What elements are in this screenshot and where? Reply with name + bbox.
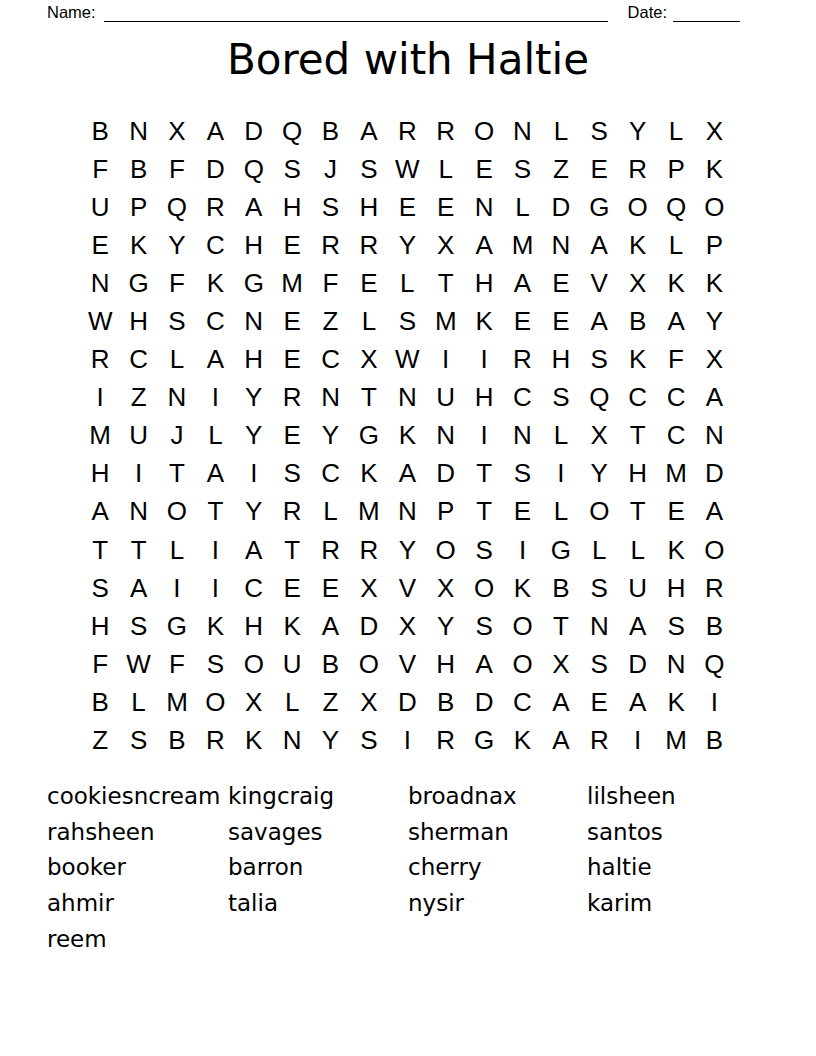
word-item-haltie: haltie (587, 850, 676, 886)
word-item-nysir: nysir (408, 886, 517, 922)
grid-cell-r15c11[interactable]: A (465, 645, 503, 683)
grid-cell-r14c3[interactable]: G (158, 607, 196, 645)
grid-cell-r7c16[interactable]: F (657, 341, 695, 379)
word-item-booker: booker (47, 850, 220, 886)
grid-cell-r16c9[interactable]: D (388, 683, 426, 721)
grid-cell-r7c7[interactable]: C (311, 341, 349, 379)
grid-cell-r2c2[interactable]: B (119, 150, 157, 188)
grid-cell-r4c7[interactable]: R (311, 226, 349, 264)
grid-cell-r13c4[interactable]: I (196, 569, 234, 607)
grid-cell-r13c10[interactable]: X (427, 569, 465, 607)
grid-cell-r16c3[interactable]: M (158, 683, 196, 721)
grid-cell-r17c12[interactable]: K (503, 722, 541, 760)
grid-cell-r15c12[interactable]: O (503, 645, 541, 683)
grid-cell-r14c14[interactable]: N (580, 607, 618, 645)
grid-cell-r5c15[interactable]: X (618, 264, 656, 302)
grid-cell-r11c11[interactable]: T (465, 493, 503, 531)
grid-cell-r3c8[interactable]: H (350, 188, 388, 226)
grid-cell-r2c3[interactable]: F (158, 150, 196, 188)
grid-cell-r2c7[interactable]: J (311, 150, 349, 188)
grid-cell-r10c3[interactable]: T (158, 455, 196, 493)
grid-cell-r1c9[interactable]: R (388, 112, 426, 150)
grid-cell-r7c13[interactable]: H (542, 341, 580, 379)
grid-cell-r17c1[interactable]: Z (81, 722, 119, 760)
grid-cell-r1c15[interactable]: Y (618, 112, 656, 150)
grid-cell-r7c1[interactable]: R (81, 341, 119, 379)
grid-cell-r10c15[interactable]: H (618, 455, 656, 493)
grid-cell-r8c2[interactable]: Z (119, 379, 157, 417)
grid-cell-r6c7[interactable]: Z (311, 302, 349, 340)
grid-cell-r5c6[interactable]: M (273, 264, 311, 302)
grid-cell-r16c1[interactable]: B (81, 683, 119, 721)
grid-cell-r14c8[interactable]: D (350, 607, 388, 645)
word-list-column-1: cookiesncreamrahsheenbookerahmirreem (47, 779, 220, 958)
grid-cell-r5c3[interactable]: F (158, 264, 196, 302)
grid-cell-r11c14[interactable]: O (580, 493, 618, 531)
grid-cell-r10c16[interactable]: M (657, 455, 695, 493)
grid-cell-r11c17[interactable]: A (695, 493, 733, 531)
grid-cell-r14c9[interactable]: X (388, 607, 426, 645)
grid-cell-r15c14[interactable]: S (580, 645, 618, 683)
grid-cell-r5c2[interactable]: G (119, 264, 157, 302)
grid-cell-r13c13[interactable]: B (542, 569, 580, 607)
grid-cell-r10c14[interactable]: Y (580, 455, 618, 493)
grid-cell-r6c4[interactable]: C (196, 302, 234, 340)
grid-cell-r5c10[interactable]: T (427, 264, 465, 302)
grid-cell-r9c8[interactable]: G (350, 417, 388, 455)
grid-cell-r13c16[interactable]: H (657, 569, 695, 607)
grid-cell-r13c17[interactable]: R (695, 569, 733, 607)
name-field-line[interactable] (104, 3, 608, 22)
grid-cell-r9c2[interactable]: U (119, 417, 157, 455)
grid-cell-r3c1[interactable]: U (81, 188, 119, 226)
grid-cell-r6c15[interactable]: B (618, 302, 656, 340)
grid-cell-r17c9[interactable]: I (388, 722, 426, 760)
grid-cell-r8c7[interactable]: N (311, 379, 349, 417)
grid-cell-r5c8[interactable]: E (350, 264, 388, 302)
grid-cell-r15c16[interactable]: N (657, 645, 695, 683)
grid-cell-r5c12[interactable]: A (503, 264, 541, 302)
grid-cell-r11c5[interactable]: Y (235, 493, 273, 531)
grid-cell-r8c9[interactable]: N (388, 379, 426, 417)
grid-cell-r2c9[interactable]: W (388, 150, 426, 188)
grid-cell-r2c11[interactable]: E (465, 150, 503, 188)
grid-cell-r13c8[interactable]: X (350, 569, 388, 607)
grid-cell-r14c13[interactable]: T (542, 607, 580, 645)
grid-cell-r8c14[interactable]: Q (580, 379, 618, 417)
grid-cell-r7c2[interactable]: C (119, 341, 157, 379)
grid-cell-r14c2[interactable]: S (119, 607, 157, 645)
date-field-line[interactable] (673, 3, 740, 22)
grid-cell-r13c7[interactable]: E (311, 569, 349, 607)
grid-cell-r8c13[interactable]: S (542, 379, 580, 417)
grid-cell-r9c6[interactable]: E (273, 417, 311, 455)
grid-cell-r11c9[interactable]: N (388, 493, 426, 531)
grid-cell-r4c1[interactable]: E (81, 226, 119, 264)
grid-cell-r9c10[interactable]: N (427, 417, 465, 455)
grid-cell-r3c7[interactable]: S (311, 188, 349, 226)
grid-cell-r12c10[interactable]: O (427, 531, 465, 569)
grid-cell-r7c8[interactable]: X (350, 341, 388, 379)
grid-cell-r14c10[interactable]: Y (427, 607, 465, 645)
grid-cell-r7c5[interactable]: H (235, 341, 273, 379)
grid-cell-r3c4[interactable]: R (196, 188, 234, 226)
grid-cell-r16c14[interactable]: E (580, 683, 618, 721)
grid-cell-r6c5[interactable]: N (235, 302, 273, 340)
grid-cell-r13c5[interactable]: C (235, 569, 273, 607)
grid-cell-r10c9[interactable]: A (388, 455, 426, 493)
grid-cell-r5c5[interactable]: G (235, 264, 273, 302)
grid-cell-r16c8[interactable]: X (350, 683, 388, 721)
grid-cell-r9c5[interactable]: Y (235, 417, 273, 455)
grid-cell-r6c13[interactable]: E (542, 302, 580, 340)
grid-cell-r11c6[interactable]: R (273, 493, 311, 531)
grid-cell-r8c1[interactable]: I (81, 379, 119, 417)
grid-cell-r15c3[interactable]: F (158, 645, 196, 683)
grid-cell-r10c17[interactable]: D (695, 455, 733, 493)
grid-cell-r4c3[interactable]: Y (158, 226, 196, 264)
grid-cell-r1c12[interactable]: N (503, 112, 541, 150)
grid-cell-r15c2[interactable]: W (119, 645, 157, 683)
grid-cell-r6c12[interactable]: E (503, 302, 541, 340)
grid-cell-r3c13[interactable]: D (542, 188, 580, 226)
grid-cell-r4c5[interactable]: H (235, 226, 273, 264)
grid-cell-r5c13[interactable]: E (542, 264, 580, 302)
grid-cell-r14c4[interactable]: K (196, 607, 234, 645)
grid-cell-r16c17[interactable]: I (695, 683, 733, 721)
grid-cell-r17c17[interactable]: B (695, 722, 733, 760)
grid-cell-r17c13[interactable]: A (542, 722, 580, 760)
grid-cell-r15c7[interactable]: B (311, 645, 349, 683)
grid-cell-r6c8[interactable]: L (350, 302, 388, 340)
grid-cell-r16c16[interactable]: K (657, 683, 695, 721)
grid-cell-r17c6[interactable]: N (273, 722, 311, 760)
grid-cell-r4c2[interactable]: K (119, 226, 157, 264)
grid-cell-r6c2[interactable]: H (119, 302, 157, 340)
grid-cell-r2c4[interactable]: D (196, 150, 234, 188)
grid-cell-r10c13[interactable]: I (542, 455, 580, 493)
grid-cell-r12c4[interactable]: I (196, 531, 234, 569)
grid-cell-r17c2[interactable]: S (119, 722, 157, 760)
grid-cell-r7c15[interactable]: K (618, 341, 656, 379)
grid-cell-r10c10[interactable]: D (427, 455, 465, 493)
grid-cell-r8c8[interactable]: T (350, 379, 388, 417)
grid-cell-r1c4[interactable]: A (196, 112, 234, 150)
grid-cell-r10c12[interactable]: S (503, 455, 541, 493)
grid-cell-r4c17[interactable]: P (695, 226, 733, 264)
grid-cell-r2c10[interactable]: L (427, 150, 465, 188)
grid-cell-r16c12[interactable]: C (503, 683, 541, 721)
grid-cell-r17c16[interactable]: M (657, 722, 695, 760)
grid-cell-r12c2[interactable]: T (119, 531, 157, 569)
grid-cell-r11c15[interactable]: T (618, 493, 656, 531)
grid-cell-r17c15[interactable]: I (618, 722, 656, 760)
grid-cell-r3c10[interactable]: E (427, 188, 465, 226)
grid-cell-r1c5[interactable]: D (235, 112, 273, 150)
grid-cell-r2c12[interactable]: S (503, 150, 541, 188)
grid-cell-r14c1[interactable]: H (81, 607, 119, 645)
grid-cell-r12c6[interactable]: T (273, 531, 311, 569)
grid-cell-r4c9[interactable]: Y (388, 226, 426, 264)
grid-cell-r15c17[interactable]: Q (695, 645, 733, 683)
grid-cell-r11c8[interactable]: M (350, 493, 388, 531)
grid-cell-r9c16[interactable]: C (657, 417, 695, 455)
grid-cell-r16c2[interactable]: L (119, 683, 157, 721)
grid-cell-r1c8[interactable]: A (350, 112, 388, 150)
grid-cell-r10c11[interactable]: T (465, 455, 503, 493)
grid-cell-r10c4[interactable]: A (196, 455, 234, 493)
grid-cell-r2c1[interactable]: F (81, 150, 119, 188)
grid-cell-r11c4[interactable]: T (196, 493, 234, 531)
grid-cell-r5c17[interactable]: K (695, 264, 733, 302)
grid-cell-r12c7[interactable]: R (311, 531, 349, 569)
grid-cell-r13c12[interactable]: K (503, 569, 541, 607)
grid-cell-r17c5[interactable]: K (235, 722, 273, 760)
grid-cell-r5c11[interactable]: H (465, 264, 503, 302)
grid-cell-r6c6[interactable]: E (273, 302, 311, 340)
grid-cell-r13c1[interactable]: S (81, 569, 119, 607)
grid-cell-r17c8[interactable]: S (350, 722, 388, 760)
grid-cell-r2c14[interactable]: E (580, 150, 618, 188)
grid-cell-r13c3[interactable]: I (158, 569, 196, 607)
grid-cell-r5c14[interactable]: V (580, 264, 618, 302)
grid-cell-r9c11[interactable]: I (465, 417, 503, 455)
grid-cell-r9c17[interactable]: N (695, 417, 733, 455)
grid-cell-r17c11[interactable]: G (465, 722, 503, 760)
grid-cell-r5c9[interactable]: L (388, 264, 426, 302)
grid-cell-r17c10[interactable]: R (427, 722, 465, 760)
grid-cell-r14c5[interactable]: H (235, 607, 273, 645)
grid-cell-r1c16[interactable]: L (657, 112, 695, 150)
grid-cell-r3c2[interactable]: P (119, 188, 157, 226)
grid-cell-r7c3[interactable]: L (158, 341, 196, 379)
grid-cell-r3c12[interactable]: L (503, 188, 541, 226)
grid-cell-r1c14[interactable]: S (580, 112, 618, 150)
grid-cell-r15c8[interactable]: O (350, 645, 388, 683)
grid-cell-r5c1[interactable]: N (81, 264, 119, 302)
grid-cell-r12c17[interactable]: O (695, 531, 733, 569)
grid-cell-r16c10[interactable]: B (427, 683, 465, 721)
grid-cell-r10c1[interactable]: H (81, 455, 119, 493)
grid-cell-r10c2[interactable]: I (119, 455, 157, 493)
grid-cell-r12c1[interactable]: T (81, 531, 119, 569)
grid-cell-r16c15[interactable]: A (618, 683, 656, 721)
grid-cell-r8c16[interactable]: C (657, 379, 695, 417)
grid-cell-r8c15[interactable]: C (618, 379, 656, 417)
grid-cell-r15c5[interactable]: O (235, 645, 273, 683)
grid-cell-r9c7[interactable]: Y (311, 417, 349, 455)
grid-cell-r12c11[interactable]: S (465, 531, 503, 569)
grid-cell-r6c11[interactable]: K (465, 302, 503, 340)
grid-cell-r7c9[interactable]: W (388, 341, 426, 379)
grid-cell-r2c17[interactable]: K (695, 150, 733, 188)
grid-cell-r13c9[interactable]: V (388, 569, 426, 607)
grid-cell-r1c6[interactable]: Q (273, 112, 311, 150)
grid-cell-r1c3[interactable]: X (158, 112, 196, 150)
grid-cell-r15c6[interactable]: U (273, 645, 311, 683)
word-item-lilsheen: lilsheen (587, 779, 676, 815)
grid-cell-r1c17[interactable]: X (695, 112, 733, 150)
grid-cell-r7c4[interactable]: A (196, 341, 234, 379)
grid-cell-r1c7[interactable]: B (311, 112, 349, 150)
grid-cell-r13c15[interactable]: U (618, 569, 656, 607)
grid-cell-r11c12[interactable]: E (503, 493, 541, 531)
word-item-sherman: sherman (408, 815, 517, 851)
grid-cell-r17c3[interactable]: B (158, 722, 196, 760)
grid-cell-r2c13[interactable]: Z (542, 150, 580, 188)
grid-cell-r5c4[interactable]: K (196, 264, 234, 302)
grid-cell-r10c8[interactable]: K (350, 455, 388, 493)
grid-cell-r6c14[interactable]: A (580, 302, 618, 340)
grid-cell-r13c11[interactable]: O (465, 569, 503, 607)
grid-cell-r14c12[interactable]: O (503, 607, 541, 645)
grid-cell-r6c3[interactable]: S (158, 302, 196, 340)
grid-cell-r6c17[interactable]: Y (695, 302, 733, 340)
grid-cell-r14c7[interactable]: A (311, 607, 349, 645)
grid-cell-r7c17[interactable]: X (695, 341, 733, 379)
grid-cell-r4c16[interactable]: L (657, 226, 695, 264)
word-list-column-4: lilsheensantoshaltiekarim (587, 779, 676, 922)
grid-cell-r3c3[interactable]: Q (158, 188, 196, 226)
grid-cell-r12c14[interactable]: L (580, 531, 618, 569)
grid-cell-r15c1[interactable]: F (81, 645, 119, 683)
grid-cell-r2c15[interactable]: R (618, 150, 656, 188)
grid-cell-r3c9[interactable]: E (388, 188, 426, 226)
grid-cell-r17c14[interactable]: R (580, 722, 618, 760)
grid-cell-r7c14[interactable]: S (580, 341, 618, 379)
grid-cell-r14c17[interactable]: B (695, 607, 733, 645)
grid-cell-r4c10[interactable]: X (427, 226, 465, 264)
grid-cell-r8c10[interactable]: U (427, 379, 465, 417)
grid-cell-r13c6[interactable]: E (273, 569, 311, 607)
grid-cell-r8c4[interactable]: I (196, 379, 234, 417)
grid-cell-r10c5[interactable]: I (235, 455, 273, 493)
grid-cell-r4c15[interactable]: K (618, 226, 656, 264)
grid-cell-r6c10[interactable]: M (427, 302, 465, 340)
grid-cell-r5c7[interactable]: F (311, 264, 349, 302)
grid-cell-r3c16[interactable]: Q (657, 188, 695, 226)
grid-cell-r4c14[interactable]: A (580, 226, 618, 264)
grid-cell-r8c6[interactable]: R (273, 379, 311, 417)
grid-cell-r9c4[interactable]: L (196, 417, 234, 455)
grid-cell-r9c1[interactable]: M (81, 417, 119, 455)
grid-cell-r11c7[interactable]: L (311, 493, 349, 531)
grid-cell-r15c13[interactable]: X (542, 645, 580, 683)
grid-cell-r11c13[interactable]: L (542, 493, 580, 531)
grid-cell-r12c8[interactable]: R (350, 531, 388, 569)
grid-cell-r9c15[interactable]: T (618, 417, 656, 455)
grid-cell-r9c14[interactable]: X (580, 417, 618, 455)
grid-cell-r8c3[interactable]: N (158, 379, 196, 417)
grid-cell-r1c13[interactable]: L (542, 112, 580, 150)
grid-cell-r1c2[interactable]: N (119, 112, 157, 150)
grid-cell-r17c7[interactable]: Y (311, 722, 349, 760)
grid-cell-r14c6[interactable]: K (273, 607, 311, 645)
grid-cell-r3c5[interactable]: A (235, 188, 273, 226)
grid-cell-r13c2[interactable]: A (119, 569, 157, 607)
grid-cell-r11c1[interactable]: A (81, 493, 119, 531)
grid-cell-r9c9[interactable]: K (388, 417, 426, 455)
grid-cell-r16c6[interactable]: L (273, 683, 311, 721)
grid-cell-r16c11[interactable]: D (465, 683, 503, 721)
grid-cell-r4c13[interactable]: N (542, 226, 580, 264)
grid-cell-r10c7[interactable]: C (311, 455, 349, 493)
grid-cell-r16c7[interactable]: Z (311, 683, 349, 721)
grid-cell-r4c4[interactable]: C (196, 226, 234, 264)
grid-cell-r12c13[interactable]: G (542, 531, 580, 569)
grid-cell-r4c12[interactable]: M (503, 226, 541, 264)
grid-cell-r11c16[interactable]: E (657, 493, 695, 531)
grid-cell-r3c11[interactable]: N (465, 188, 503, 226)
grid-cell-r11c10[interactable]: P (427, 493, 465, 531)
grid-cell-r12c9[interactable]: Y (388, 531, 426, 569)
grid-cell-r1c1[interactable]: B (81, 112, 119, 150)
grid-cell-r8c12[interactable]: C (503, 379, 541, 417)
grid-cell-r12c5[interactable]: A (235, 531, 273, 569)
grid-cell-r1c11[interactable]: O (465, 112, 503, 150)
worksheet-page: Name:Date: Bored with Haltie BNXADQBARRO… (0, 0, 816, 1056)
grid-cell-r9c3[interactable]: J (158, 417, 196, 455)
grid-cell-r8c11[interactable]: H (465, 379, 503, 417)
grid-cell-r7c10[interactable]: I (427, 341, 465, 379)
grid-cell-r4c6[interactable]: E (273, 226, 311, 264)
grid-cell-r2c8[interactable]: S (350, 150, 388, 188)
grid-cell-r11c3[interactable]: O (158, 493, 196, 531)
grid-cell-r12c15[interactable]: L (618, 531, 656, 569)
grid-cell-r2c6[interactable]: S (273, 150, 311, 188)
grid-cell-r12c12[interactable]: I (503, 531, 541, 569)
grid-cell-r16c4[interactable]: O (196, 683, 234, 721)
grid-cell-r8c17[interactable]: A (695, 379, 733, 417)
grid-cell-r9c13[interactable]: L (542, 417, 580, 455)
grid-cell-r3c6[interactable]: H (273, 188, 311, 226)
grid-cell-r13c14[interactable]: S (580, 569, 618, 607)
grid-cell-r15c9[interactable]: V (388, 645, 426, 683)
grid-cell-r15c15[interactable]: D (618, 645, 656, 683)
grid-cell-r15c4[interactable]: S (196, 645, 234, 683)
grid-cell-r16c5[interactable]: X (235, 683, 273, 721)
grid-cell-r1c10[interactable]: R (427, 112, 465, 150)
grid-cell-r10c6[interactable]: S (273, 455, 311, 493)
grid-cell-r6c9[interactable]: S (388, 302, 426, 340)
grid-cell-r8c5[interactable]: Y (235, 379, 273, 417)
grid-cell-r3c17[interactable]: O (695, 188, 733, 226)
grid-cell-r7c12[interactable]: R (503, 341, 541, 379)
grid-cell-r12c16[interactable]: K (657, 531, 695, 569)
grid-cell-r2c16[interactable]: P (657, 150, 695, 188)
grid-cell-r11c2[interactable]: N (119, 493, 157, 531)
grid-cell-r14c11[interactable]: S (465, 607, 503, 645)
word-item-savages: savages (228, 815, 334, 851)
grid-cell-r6c1[interactable]: W (81, 302, 119, 340)
grid-cell-r5c16[interactable]: K (657, 264, 695, 302)
grid-cell-r14c15[interactable]: A (618, 607, 656, 645)
grid-cell-r4c11[interactable]: A (465, 226, 503, 264)
grid-cell-r17c4[interactable]: R (196, 722, 234, 760)
grid-cell-r2c5[interactable]: Q (235, 150, 273, 188)
grid-cell-r6c16[interactable]: A (657, 302, 695, 340)
grid-cell-r15c10[interactable]: H (427, 645, 465, 683)
grid-cell-r7c11[interactable]: I (465, 341, 503, 379)
grid-cell-r3c15[interactable]: O (618, 188, 656, 226)
grid-cell-r9c12[interactable]: N (503, 417, 541, 455)
grid-cell-r7c6[interactable]: E (273, 341, 311, 379)
grid-cell-r14c16[interactable]: S (657, 607, 695, 645)
grid-cell-r16c13[interactable]: A (542, 683, 580, 721)
grid-cell-r12c3[interactable]: L (158, 531, 196, 569)
grid-cell-r4c8[interactable]: R (350, 226, 388, 264)
grid-cell-r3c14[interactable]: G (580, 188, 618, 226)
